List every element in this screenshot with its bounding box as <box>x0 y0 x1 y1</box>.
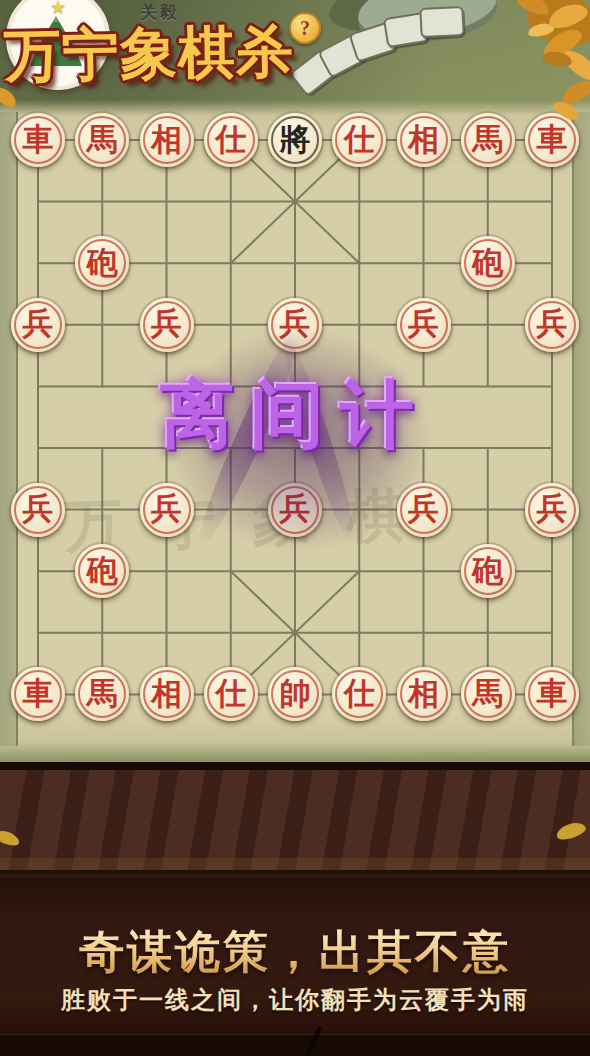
piece-red-advisor[interactable]: 仕 <box>204 667 258 721</box>
piece-red-soldier[interactable]: 兵 <box>525 298 579 352</box>
piece-glyph: 相 <box>408 678 439 709</box>
path-stone <box>419 6 465 38</box>
piece-glyph: 相 <box>151 678 182 709</box>
shelf-bottom-bar <box>0 1034 590 1056</box>
piece-red-advisor[interactable]: 仕 <box>204 113 258 167</box>
piece-glyph: 兵 <box>23 493 54 524</box>
piece-glyph: 馬 <box>472 678 503 709</box>
piece-red-advisor[interactable]: 仕 <box>332 113 386 167</box>
piece-glyph: 兵 <box>537 493 568 524</box>
piece-glyph: 車 <box>23 678 54 709</box>
piece-red-elephant[interactable]: 相 <box>397 113 451 167</box>
piece-glyph: 砲 <box>472 555 503 586</box>
piece-red-soldier[interactable]: 兵 <box>525 483 579 537</box>
piece-glyph: 兵 <box>408 308 439 339</box>
piece-glyph: 馬 <box>87 678 118 709</box>
piece-glyph: 仕 <box>215 124 246 155</box>
piece-red-soldier[interactable]: 兵 <box>140 298 194 352</box>
piece-glyph: 兵 <box>151 308 182 339</box>
piece-red-soldier[interactable]: 兵 <box>11 483 65 537</box>
piece-red-horse[interactable]: 馬 <box>461 667 515 721</box>
piece-glyph: 相 <box>151 124 182 155</box>
shelf-lip <box>0 762 590 770</box>
avatar-star-icon: ★ <box>50 0 66 18</box>
piece-black-general[interactable]: 將 <box>268 113 322 167</box>
piece-glyph: 兵 <box>537 308 568 339</box>
piece-red-elephant[interactable]: 相 <box>397 667 451 721</box>
piece-red-elephant[interactable]: 相 <box>140 113 194 167</box>
piece-red-cannon[interactable]: 砲 <box>461 544 515 598</box>
footer-headline: 奇谋诡策，出其不意 <box>0 922 590 982</box>
piece-glyph: 仕 <box>344 124 375 155</box>
piece-red-chariot[interactable]: 車 <box>11 667 65 721</box>
shelf-wood-grain <box>0 770 590 874</box>
piece-glyph: 車 <box>23 124 54 155</box>
footer-subline: 胜败于一线之间，让你翻手为云覆手为雨 <box>0 984 590 1016</box>
piece-red-horse[interactable]: 馬 <box>75 113 129 167</box>
game-screen: { "game": "xiangqi", "app": { "title": "… <box>0 0 590 1056</box>
autumn-leaves <box>460 0 590 140</box>
piece-glyph: 相 <box>408 124 439 155</box>
strategy-banner: 离间计 <box>0 366 590 466</box>
piece-red-soldier[interactable]: 兵 <box>11 298 65 352</box>
piece-glyph: 帥 <box>280 678 311 709</box>
piece-red-cannon[interactable]: 砲 <box>461 236 515 290</box>
piece-glyph: 仕 <box>344 678 375 709</box>
piece-glyph: 砲 <box>472 247 503 278</box>
piece-glyph: 仕 <box>215 678 246 709</box>
help-button[interactable]: ? <box>289 12 321 44</box>
game-title: 万宁象棋杀 <box>3 13 294 95</box>
player-name: 关毅 <box>140 1 180 24</box>
piece-red-general[interactable]: 帥 <box>268 667 322 721</box>
piece-red-chariot[interactable]: 車 <box>525 667 579 721</box>
piece-glyph: 馬 <box>87 124 118 155</box>
piece-red-chariot[interactable]: 車 <box>11 113 65 167</box>
piece-glyph: 砲 <box>87 555 118 586</box>
piece-red-elephant[interactable]: 相 <box>140 667 194 721</box>
piece-glyph: 兵 <box>23 308 54 339</box>
piece-glyph: 砲 <box>87 247 118 278</box>
piece-red-soldier[interactable]: 兵 <box>397 298 451 352</box>
piece-glyph: 兵 <box>151 493 182 524</box>
piece-glyph: 車 <box>537 678 568 709</box>
piece-glyph: 將 <box>280 124 311 155</box>
